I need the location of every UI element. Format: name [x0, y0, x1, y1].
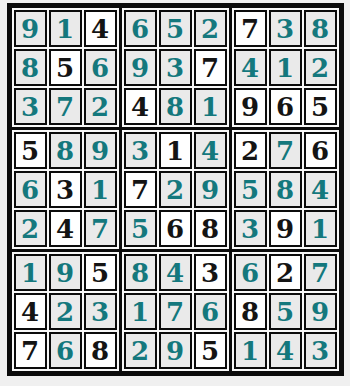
sudoku-cell-r8c2[interactable]: 2 — [49, 293, 82, 330]
sudoku-cell-r8c5[interactable]: 7 — [159, 293, 192, 330]
sudoku-cell-r7c6[interactable]: 3 — [194, 254, 227, 291]
sudoku-cell-r6c5[interactable]: 6 — [159, 210, 192, 247]
sudoku-cell-r9c6[interactable]: 5 — [194, 332, 227, 369]
sudoku-cell-r6c1[interactable]: 2 — [14, 210, 47, 247]
sudoku-cell-r1c3[interactable]: 4 — [84, 10, 117, 47]
sudoku-cell-r2c1[interactable]: 8 — [14, 49, 47, 86]
sudoku-cell-r4c9[interactable]: 6 — [304, 132, 337, 169]
sudoku-cell-r5c1[interactable]: 6 — [14, 171, 47, 208]
sudoku-cell-r8c7[interactable]: 8 — [234, 293, 267, 330]
sudoku-cell-r9c4[interactable]: 2 — [124, 332, 157, 369]
sudoku-cell-r3c2[interactable]: 7 — [49, 88, 82, 125]
sudoku-cell-r6c7[interactable]: 3 — [234, 210, 267, 247]
sudoku-cell-r6c9[interactable]: 1 — [304, 210, 337, 247]
sudoku-cell-r5c6[interactable]: 9 — [194, 171, 227, 208]
sudoku-cell-r8c3[interactable]: 3 — [84, 293, 117, 330]
sudoku-cell-r9c7[interactable]: 1 — [234, 332, 267, 369]
sudoku-cell-r4c8[interactable]: 7 — [269, 132, 302, 169]
sudoku-cell-r7c7[interactable]: 6 — [234, 254, 267, 291]
sudoku-cell-r7c3[interactable]: 5 — [84, 254, 117, 291]
sudoku-cell-r7c5[interactable]: 4 — [159, 254, 192, 291]
sudoku-cell-r1c5[interactable]: 5 — [159, 10, 192, 47]
sudoku-cell-r5c8[interactable]: 8 — [269, 171, 302, 208]
sudoku-box-1: 914856372 — [12, 8, 119, 127]
sudoku-cell-r9c9[interactable]: 3 — [304, 332, 337, 369]
sudoku-cell-r2c3[interactable]: 6 — [84, 49, 117, 86]
sudoku-cell-r3c1[interactable]: 3 — [14, 88, 47, 125]
sudoku-cell-r4c4[interactable]: 3 — [124, 132, 157, 169]
sudoku-cell-r5c4[interactable]: 7 — [124, 171, 157, 208]
sudoku-cell-r3c4[interactable]: 4 — [124, 88, 157, 125]
sudoku-box-5: 314729568 — [122, 130, 229, 249]
sudoku-cell-r1c9[interactable]: 8 — [304, 10, 337, 47]
sudoku-cell-r5c2[interactable]: 3 — [49, 171, 82, 208]
sudoku-cell-r2c6[interactable]: 7 — [194, 49, 227, 86]
sudoku-cell-r8c8[interactable]: 5 — [269, 293, 302, 330]
sudoku-cell-r6c6[interactable]: 8 — [194, 210, 227, 247]
sudoku-cell-r7c9[interactable]: 7 — [304, 254, 337, 291]
sudoku-cell-r2c9[interactable]: 2 — [304, 49, 337, 86]
sudoku-cell-r1c1[interactable]: 9 — [14, 10, 47, 47]
sudoku-cell-r2c8[interactable]: 1 — [269, 49, 302, 86]
sudoku-cell-r5c3[interactable]: 1 — [84, 171, 117, 208]
sudoku-cell-r8c4[interactable]: 1 — [124, 293, 157, 330]
sudoku-cell-r2c4[interactable]: 9 — [124, 49, 157, 86]
sudoku-box-6: 276584391 — [232, 130, 339, 249]
sudoku-cell-r4c5[interactable]: 1 — [159, 132, 192, 169]
sudoku-cell-r7c8[interactable]: 2 — [269, 254, 302, 291]
sudoku-cell-r2c7[interactable]: 4 — [234, 49, 267, 86]
sudoku-cell-r6c4[interactable]: 5 — [124, 210, 157, 247]
sudoku-cell-r3c5[interactable]: 8 — [159, 88, 192, 125]
sudoku-cell-r6c3[interactable]: 7 — [84, 210, 117, 247]
sudoku-cell-r7c1[interactable]: 1 — [14, 254, 47, 291]
sudoku-cell-r1c4[interactable]: 6 — [124, 10, 157, 47]
sudoku-cell-r4c7[interactable]: 2 — [234, 132, 267, 169]
sudoku-cell-r8c9[interactable]: 9 — [304, 293, 337, 330]
sudoku-cell-r9c1[interactable]: 7 — [14, 332, 47, 369]
sudoku-box-2: 652937481 — [122, 8, 229, 127]
sudoku-cell-r1c8[interactable]: 3 — [269, 10, 302, 47]
sudoku-cell-r4c6[interactable]: 4 — [194, 132, 227, 169]
sudoku-cell-r6c2[interactable]: 4 — [49, 210, 82, 247]
sudoku-cell-r3c9[interactable]: 5 — [304, 88, 337, 125]
sudoku-cell-r9c2[interactable]: 6 — [49, 332, 82, 369]
page: 9148563726529374817384129655896312473147… — [0, 3, 350, 376]
sudoku-cell-r9c5[interactable]: 9 — [159, 332, 192, 369]
sudoku-board: 9148563726529374817384129655896312473147… — [7, 3, 344, 376]
sudoku-cell-r5c7[interactable]: 5 — [234, 171, 267, 208]
sudoku-cell-r3c6[interactable]: 1 — [194, 88, 227, 125]
sudoku-cell-r1c2[interactable]: 1 — [49, 10, 82, 47]
sudoku-cell-r2c5[interactable]: 3 — [159, 49, 192, 86]
sudoku-box-8: 843176295 — [122, 252, 229, 371]
sudoku-cell-r9c8[interactable]: 4 — [269, 332, 302, 369]
sudoku-cell-r9c3[interactable]: 8 — [84, 332, 117, 369]
sudoku-box-3: 738412965 — [232, 8, 339, 127]
sudoku-cell-r8c6[interactable]: 6 — [194, 293, 227, 330]
sudoku-cell-r4c1[interactable]: 5 — [14, 132, 47, 169]
sudoku-cell-r1c6[interactable]: 2 — [194, 10, 227, 47]
sudoku-cell-r6c8[interactable]: 9 — [269, 210, 302, 247]
sudoku-cell-r4c3[interactable]: 9 — [84, 132, 117, 169]
sudoku-cell-r5c9[interactable]: 4 — [304, 171, 337, 208]
sudoku-box-7: 195423768 — [12, 252, 119, 371]
sudoku-cell-r8c1[interactable]: 4 — [14, 293, 47, 330]
sudoku-cell-r3c3[interactable]: 2 — [84, 88, 117, 125]
sudoku-cell-r3c8[interactable]: 6 — [269, 88, 302, 125]
sudoku-cell-r5c5[interactable]: 2 — [159, 171, 192, 208]
sudoku-cell-r7c4[interactable]: 8 — [124, 254, 157, 291]
sudoku-cell-r3c7[interactable]: 9 — [234, 88, 267, 125]
sudoku-cell-r4c2[interactable]: 8 — [49, 132, 82, 169]
sudoku-cell-r1c7[interactable]: 7 — [234, 10, 267, 47]
sudoku-cell-r7c2[interactable]: 9 — [49, 254, 82, 291]
sudoku-box-9: 627859143 — [232, 252, 339, 371]
sudoku-box-4: 589631247 — [12, 130, 119, 249]
sudoku-cell-r2c2[interactable]: 5 — [49, 49, 82, 86]
